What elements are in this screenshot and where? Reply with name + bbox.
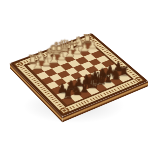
chessboard: ♜♞♝♚♛♝♞♜♟♟♟♟♟♟♟♟♟♟♟♟♟♟♟♟♜♞♝♚♛♝♞♜ xyxy=(10,33,148,117)
chess-set-scene: ♜♞♝♚♛♝♞♜♟♟♟♟♟♟♟♟♟♟♟♟♟♟♟♟♜♞♝♚♛♝♞♜ xyxy=(0,0,150,150)
border-corner-rosette xyxy=(59,107,69,114)
product-photo-canvas: ♜♞♝♚♛♝♞♜♟♟♟♟♟♟♟♟♟♟♟♟♟♟♟♟♜♞♝♚♛♝♞♜ xyxy=(0,0,150,150)
border-corner-rosette xyxy=(134,77,144,83)
black-rook-h8[interactable]: ♜ xyxy=(62,88,74,101)
